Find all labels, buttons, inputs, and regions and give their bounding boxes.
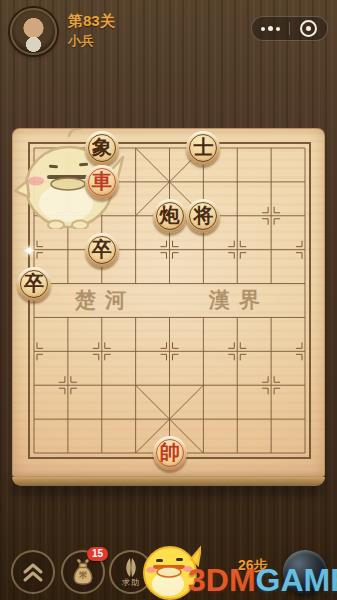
piece-black-general[interactable]: 将 [186,199,220,233]
river-label-left: 楚河 [75,286,135,314]
piece-red-general[interactable]: 帥 [153,436,187,470]
piece-glyph: 卒 [85,233,119,266]
piece-glyph: 士 [186,131,220,164]
chevron-up-icon [20,560,46,584]
sparkle-icon: ✦ [23,242,36,260]
rank-subtitle: 小兵 [68,32,94,50]
piece-black-soldier[interactable]: 卒 [85,233,119,267]
piece-black-elephant[interactable]: 象 [85,131,119,165]
piece-glyph: 象 [85,131,119,164]
piece-glyph: 炮 [153,199,187,232]
level-title: 第83关 [68,12,115,31]
piece-black-soldier[interactable]: 卒 [17,267,51,301]
piece-glyph: 車 [85,165,119,198]
river-label-right: 漢界 [209,286,269,314]
wechat-capsule [251,16,328,41]
piece-glyph: 将 [186,199,220,232]
piece-glyph: 帥 [153,436,187,469]
piece-red-chariot[interactable]: 車 [85,165,119,199]
exit-button[interactable] [290,17,327,40]
more-dots-icon [261,26,280,31]
exit-circle-icon [300,20,317,37]
more-button[interactable] [252,17,289,40]
ask-help-button[interactable]: 求助 [109,550,153,594]
praying-hands-icon [119,557,143,579]
app-screen: 第83关 小兵 楚河 漢界 ✦ 象士車炮将卒卒帥 [0,0,337,600]
player-avatar[interactable] [10,8,57,55]
money-bag-icon [69,558,97,586]
help-label: 求助 [122,577,140,588]
piece-black-cannon[interactable]: 炮 [153,199,187,233]
piece-glyph: 卒 [17,267,51,300]
board-edge [12,477,325,486]
piece-black-advisor[interactable]: 士 [186,131,220,165]
expand-menu-button[interactable] [11,550,55,594]
dark-sphere-button[interactable] [283,550,327,594]
moves-counter: 26步 [238,557,268,575]
hint-count-badge: 15 [87,547,108,561]
xiangqi-board[interactable]: 楚河 漢界 ✦ 象士車炮将卒卒帥 [12,128,325,477]
